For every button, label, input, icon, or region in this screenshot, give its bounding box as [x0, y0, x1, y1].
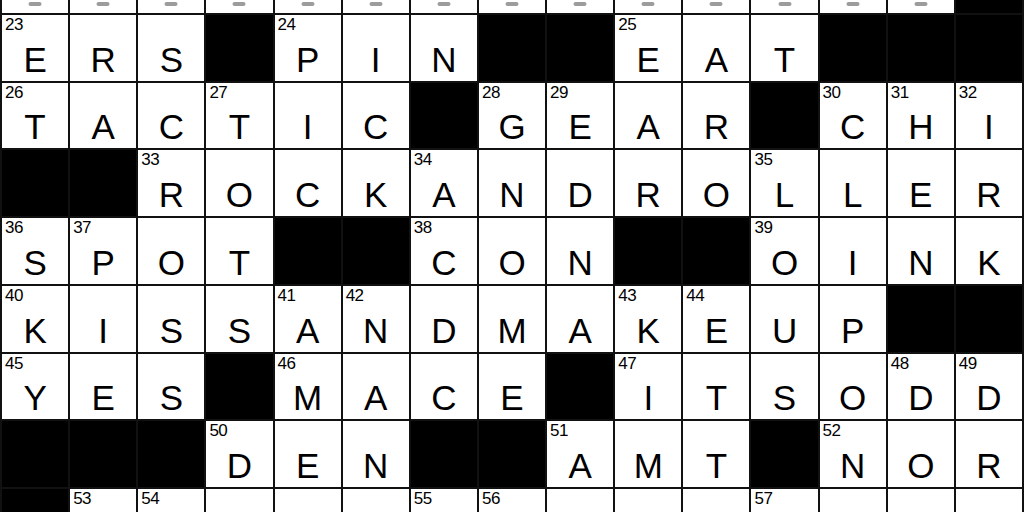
cell-letter: O: [751, 245, 817, 280]
cell-r5c2[interactable]: 37P: [70, 218, 136, 284]
cell-letter: K: [956, 245, 1022, 280]
cropped-letter-bottom: [97, 2, 110, 6]
cell-r9c6[interactable]: [343, 489, 409, 512]
cell-letter: S: [2, 245, 68, 280]
cell-r4c15[interactable]: R: [956, 150, 1022, 216]
cell-letter: N: [820, 448, 886, 483]
clue-number: 54: [141, 489, 159, 509]
clue-number: 35: [754, 150, 772, 170]
black-square: [547, 15, 613, 81]
cell-r8c10[interactable]: M: [615, 421, 681, 487]
black-square: [343, 218, 409, 284]
cell-r8c4[interactable]: 50D: [206, 421, 272, 487]
clue-number: 47: [618, 354, 636, 374]
black-square: [888, 286, 954, 352]
cell-r3c9[interactable]: 29E: [547, 83, 613, 149]
cell-letter: C: [820, 109, 886, 144]
cell-r9c4[interactable]: [206, 489, 272, 512]
black-square: [547, 354, 613, 420]
cell-r9c7[interactable]: 55: [411, 489, 477, 512]
black-square: [683, 218, 749, 284]
cell-r6c6[interactable]: 42N: [343, 286, 409, 352]
cell-r3c6[interactable]: C: [343, 83, 409, 149]
clue-number: 51: [550, 421, 568, 441]
cell-letter: C: [275, 177, 341, 212]
black-square: [138, 421, 204, 487]
cell-letter: K: [615, 313, 681, 348]
cropped-letter-bottom: [642, 2, 655, 6]
black-square: [956, 15, 1022, 81]
cell-r1c2[interactable]: [70, 0, 136, 13]
cell-letter: R: [956, 448, 1022, 483]
cell-r5c7[interactable]: 38C: [411, 218, 477, 284]
clue-number: 48: [891, 354, 909, 374]
cell-letter: N: [888, 245, 954, 280]
cell-r9c5[interactable]: [275, 489, 341, 512]
clue-number: 34: [414, 150, 432, 170]
cell-r2c5[interactable]: 24P: [275, 15, 341, 81]
cell-letter: T: [206, 245, 272, 280]
cell-r8c14[interactable]: O: [888, 421, 954, 487]
cell-r1c9[interactable]: [547, 0, 613, 13]
cell-r3c14[interactable]: 31H: [888, 83, 954, 149]
cell-letter: D: [547, 177, 613, 212]
cell-letter: H: [888, 109, 954, 144]
cell-r1c1[interactable]: [2, 0, 68, 13]
cell-letter: C: [411, 245, 477, 280]
cell-letter: R: [956, 177, 1022, 212]
cell-r3c13[interactable]: 30C: [820, 83, 886, 149]
cell-r1c5[interactable]: [275, 0, 341, 13]
cell-r4c4[interactable]: O: [206, 150, 272, 216]
cell-r5c13[interactable]: I: [820, 218, 886, 284]
cell-r2c6[interactable]: I: [343, 15, 409, 81]
cell-r9c9[interactable]: [547, 489, 613, 512]
cell-r5c3[interactable]: O: [138, 218, 204, 284]
cell-letter: M: [275, 380, 341, 415]
cell-letter: A: [70, 109, 136, 144]
cell-r3c15[interactable]: 32I: [956, 83, 1022, 149]
cell-letter: E: [479, 380, 545, 415]
crossword-grid: 23ERS24PIN25EAT26TAC27TIC28G29EAR30C31H3…: [0, 0, 1024, 512]
cell-letter: A: [615, 109, 681, 144]
cell-r1c12[interactable]: [751, 0, 817, 13]
clue-number: 32: [959, 83, 977, 103]
cell-r4c10[interactable]: R: [615, 150, 681, 216]
cell-r6c1[interactable]: 40K: [2, 286, 68, 352]
cell-r7c3[interactable]: S: [138, 354, 204, 420]
cell-letter: Y: [2, 380, 68, 415]
cell-letter: I: [70, 313, 136, 348]
cell-r8c11[interactable]: T: [683, 421, 749, 487]
clue-number: 28: [482, 83, 500, 103]
cell-letter: A: [547, 448, 613, 483]
cell-r5c12[interactable]: 39O: [751, 218, 817, 284]
cell-r4c11[interactable]: O: [683, 150, 749, 216]
cell-letter: O: [820, 380, 886, 415]
black-square: [956, 0, 1022, 13]
cell-r4c3[interactable]: 33R: [138, 150, 204, 216]
cell-r4c12[interactable]: 35L: [751, 150, 817, 216]
clue-number: 33: [141, 150, 159, 170]
cell-r2c7[interactable]: N: [411, 15, 477, 81]
cell-letter: P: [820, 313, 886, 348]
cell-r6c7[interactable]: D: [411, 286, 477, 352]
cropped-letter-bottom: [778, 2, 791, 6]
clue-number: 49: [959, 354, 977, 374]
cell-letter: L: [820, 177, 886, 212]
cropped-letter-bottom: [165, 2, 178, 6]
cell-r4c8[interactable]: N: [479, 150, 545, 216]
black-square: [411, 83, 477, 149]
cell-letter: N: [547, 245, 613, 280]
cell-r1c4[interactable]: [206, 0, 272, 13]
cropped-letter-bottom: [914, 2, 927, 6]
cropped-letter-bottom: [437, 2, 450, 6]
cell-r8c5[interactable]: E: [275, 421, 341, 487]
cell-letter: M: [615, 448, 681, 483]
cell-letter: I: [275, 109, 341, 144]
cell-letter: T: [2, 109, 68, 144]
cell-r9c12[interactable]: 57: [751, 489, 817, 512]
clue-number: 25: [618, 15, 636, 35]
cell-letter: E: [2, 42, 68, 77]
cell-r6c12[interactable]: U: [751, 286, 817, 352]
cell-r3c1[interactable]: 26T: [2, 83, 68, 149]
cell-r4c5[interactable]: C: [275, 150, 341, 216]
clue-number: 40: [5, 286, 23, 306]
cropped-letter-bottom: [29, 2, 42, 6]
cell-letter: O: [683, 177, 749, 212]
cell-r5c4[interactable]: T: [206, 218, 272, 284]
black-square: [956, 286, 1022, 352]
clue-number: 24: [278, 15, 296, 35]
black-square: [70, 150, 136, 216]
cell-letter: C: [138, 109, 204, 144]
cell-r4c9[interactable]: D: [547, 150, 613, 216]
cell-r3c2[interactable]: A: [70, 83, 136, 149]
cell-letter: D: [888, 380, 954, 415]
cell-r5c9[interactable]: N: [547, 218, 613, 284]
cell-r9c3[interactable]: 54: [138, 489, 204, 512]
cell-letter: T: [206, 109, 272, 144]
cell-r3c5[interactable]: I: [275, 83, 341, 149]
cell-letter: C: [343, 109, 409, 144]
cell-r7c11[interactable]: T: [683, 354, 749, 420]
cell-r2c3[interactable]: S: [138, 15, 204, 81]
cropped-letter-bottom: [574, 2, 587, 6]
cell-r9c8[interactable]: 56: [479, 489, 545, 512]
cropped-letter-bottom: [301, 2, 314, 6]
clue-number: 53: [73, 489, 91, 509]
cell-r4c13[interactable]: L: [820, 150, 886, 216]
cropped-letter-bottom: [233, 2, 246, 6]
cell-r5c15[interactable]: K: [956, 218, 1022, 284]
cell-letter: O: [206, 177, 272, 212]
cell-letter: D: [206, 448, 272, 483]
black-square: [888, 15, 954, 81]
cell-r7c7[interactable]: C: [411, 354, 477, 420]
black-square: [2, 421, 68, 487]
cell-r2c2[interactable]: R: [70, 15, 136, 81]
cell-letter: R: [615, 177, 681, 212]
clue-number: 57: [754, 489, 772, 509]
cell-letter: K: [343, 177, 409, 212]
black-square: [751, 421, 817, 487]
cell-letter: S: [138, 42, 204, 77]
cell-letter: E: [70, 380, 136, 415]
cell-r1c7[interactable]: [411, 0, 477, 13]
black-square: [2, 150, 68, 216]
cell-r6c13[interactable]: P: [820, 286, 886, 352]
cell-r2c11[interactable]: A: [683, 15, 749, 81]
cell-letter: O: [138, 245, 204, 280]
black-square: [479, 421, 545, 487]
cell-r9c11[interactable]: [683, 489, 749, 512]
black-square: [615, 218, 681, 284]
cell-r6c2[interactable]: I: [70, 286, 136, 352]
cell-r7c10[interactable]: 47I: [615, 354, 681, 420]
cell-r1c13[interactable]: [820, 0, 886, 13]
cell-r8c9[interactable]: 51A: [547, 421, 613, 487]
cell-letter: D: [956, 380, 1022, 415]
cell-letter: K: [2, 313, 68, 348]
cell-r7c13[interactable]: O: [820, 354, 886, 420]
cell-letter: G: [479, 109, 545, 144]
cell-letter: S: [138, 380, 204, 415]
cell-r8c13[interactable]: 52N: [820, 421, 886, 487]
cell-letter: O: [479, 245, 545, 280]
clue-number: 26: [5, 83, 23, 103]
cell-letter: N: [479, 177, 545, 212]
cell-r3c4[interactable]: 27T: [206, 83, 272, 149]
cell-letter: R: [683, 109, 749, 144]
cell-r6c3[interactable]: S: [138, 286, 204, 352]
cell-r3c8[interactable]: 28G: [479, 83, 545, 149]
crossword-screenshot: 23ERS24PIN25EAT26TAC27TIC28G29EAR30C31H3…: [0, 0, 1024, 512]
black-square: [275, 218, 341, 284]
cell-letter: S: [138, 313, 204, 348]
cell-r9c15[interactable]: [956, 489, 1022, 512]
cell-r7c2[interactable]: E: [70, 354, 136, 420]
cell-letter: T: [683, 380, 749, 415]
cell-letter: E: [547, 109, 613, 144]
cell-letter: A: [411, 177, 477, 212]
cell-letter: I: [956, 109, 1022, 144]
clue-number: 37: [73, 218, 91, 238]
clue-number: 29: [550, 83, 568, 103]
clue-number: 55: [414, 489, 432, 509]
cell-r3c11[interactable]: R: [683, 83, 749, 149]
clue-number: 56: [482, 489, 500, 509]
cell-letter: R: [138, 177, 204, 212]
cell-r3c10[interactable]: A: [615, 83, 681, 149]
cell-letter: U: [751, 313, 817, 348]
cell-letter: I: [343, 42, 409, 77]
cell-r7c8[interactable]: E: [479, 354, 545, 420]
cell-letter: R: [70, 42, 136, 77]
cell-r1c8[interactable]: [479, 0, 545, 13]
clue-number: 42: [346, 286, 364, 306]
cell-letter: I: [820, 245, 886, 280]
cell-r5c14[interactable]: N: [888, 218, 954, 284]
cell-r1c14[interactable]: [888, 0, 954, 13]
clue-number: 46: [278, 354, 296, 374]
clue-number: 52: [823, 421, 841, 441]
cell-r3c3[interactable]: C: [138, 83, 204, 149]
cell-r2c12[interactable]: T: [751, 15, 817, 81]
cell-letter: P: [70, 245, 136, 280]
cell-r7c6[interactable]: A: [343, 354, 409, 420]
cell-r4c14[interactable]: E: [888, 150, 954, 216]
black-square: [820, 15, 886, 81]
cell-r4c7[interactable]: 34A: [411, 150, 477, 216]
cell-r7c14[interactable]: 48D: [888, 354, 954, 420]
cell-r5c8[interactable]: O: [479, 218, 545, 284]
cell-letter: E: [683, 313, 749, 348]
cell-r1c11[interactable]: [683, 0, 749, 13]
cell-r9c10[interactable]: [615, 489, 681, 512]
cropped-letter-bottom: [710, 2, 723, 6]
cell-r2c1[interactable]: 23E: [2, 15, 68, 81]
cell-r9c2[interactable]: 53: [70, 489, 136, 512]
cell-r7c12[interactable]: S: [751, 354, 817, 420]
cell-letter: P: [275, 42, 341, 77]
clue-number: 45: [5, 354, 23, 374]
cell-letter: E: [275, 448, 341, 483]
cell-letter: O: [888, 448, 954, 483]
cell-letter: A: [343, 380, 409, 415]
cell-letter: S: [751, 380, 817, 415]
cell-letter: A: [683, 42, 749, 77]
cell-letter: N: [343, 313, 409, 348]
cell-r6c5[interactable]: 41A: [275, 286, 341, 352]
clue-number: 44: [686, 286, 704, 306]
cell-r7c1[interactable]: 45Y: [2, 354, 68, 420]
clue-number: 38: [414, 218, 432, 238]
cropped-letter-bottom: [369, 2, 382, 6]
cell-letter: S: [206, 313, 272, 348]
black-square: [411, 421, 477, 487]
clue-number: 23: [5, 15, 23, 35]
cell-r1c6[interactable]: [343, 0, 409, 13]
cell-r7c15[interactable]: 49D: [956, 354, 1022, 420]
black-square: [206, 15, 272, 81]
cell-r9c13[interactable]: [820, 489, 886, 512]
cell-r5c1[interactable]: 36S: [2, 218, 68, 284]
cell-letter: D: [411, 313, 477, 348]
cell-r4c6[interactable]: K: [343, 150, 409, 216]
cropped-letter-bottom: [505, 2, 518, 6]
clue-number: 30: [823, 83, 841, 103]
cell-r8c15[interactable]: R: [956, 421, 1022, 487]
cell-r1c3[interactable]: [138, 0, 204, 13]
clue-number: 31: [891, 83, 909, 103]
black-square: [70, 421, 136, 487]
cell-letter: E: [888, 177, 954, 212]
cell-r6c8[interactable]: M: [479, 286, 545, 352]
black-square: [479, 15, 545, 81]
cell-r6c4[interactable]: S: [206, 286, 272, 352]
cell-letter: I: [615, 380, 681, 415]
black-square: [751, 83, 817, 149]
cell-r7c5[interactable]: 46M: [275, 354, 341, 420]
cell-r1c10[interactable]: [615, 0, 681, 13]
cell-letter: M: [479, 313, 545, 348]
cell-letter: T: [683, 448, 749, 483]
clue-number: 39: [754, 218, 772, 238]
cell-letter: C: [411, 380, 477, 415]
cell-letter: E: [615, 42, 681, 77]
cell-r6c11[interactable]: 44E: [683, 286, 749, 352]
black-square: [2, 489, 68, 512]
clue-number: 50: [209, 421, 227, 441]
black-square: [206, 354, 272, 420]
cell-r9c14[interactable]: [888, 489, 954, 512]
cell-letter: A: [275, 313, 341, 348]
cell-letter: N: [343, 448, 409, 483]
cell-letter: T: [751, 42, 817, 77]
cell-r8c6[interactable]: N: [343, 421, 409, 487]
clue-number: 27: [209, 83, 227, 103]
cell-r2c10[interactable]: 25E: [615, 15, 681, 81]
cell-r6c10[interactable]: 43K: [615, 286, 681, 352]
cell-letter: L: [751, 177, 817, 212]
cell-letter: A: [547, 313, 613, 348]
cell-r6c9[interactable]: A: [547, 286, 613, 352]
clue-number: 43: [618, 286, 636, 306]
clue-number: 36: [5, 218, 23, 238]
clue-number: 41: [278, 286, 296, 306]
cropped-letter-bottom: [846, 2, 859, 6]
cell-letter: N: [411, 42, 477, 77]
